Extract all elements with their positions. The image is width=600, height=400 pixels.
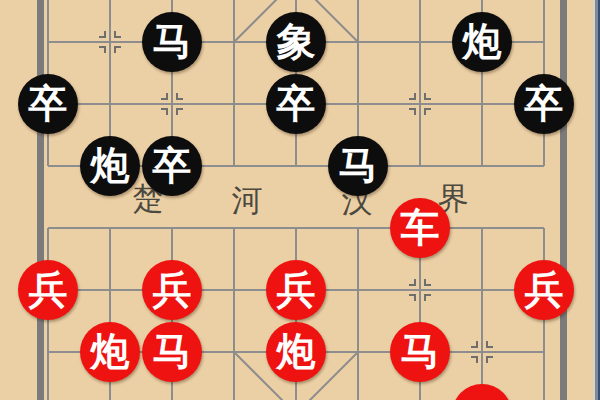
piece-glyph: 卒: [153, 146, 192, 185]
piece-black-soldier[interactable]: 卒: [18, 74, 78, 134]
piece-glyph: 炮: [91, 146, 130, 185]
piece-red-soldier[interactable]: 兵: [266, 260, 326, 320]
piece-glyph: 兵: [153, 270, 192, 309]
piece-black-soldier[interactable]: 卒: [142, 136, 202, 196]
piece-red-horse[interactable]: 马: [142, 322, 202, 382]
piece-red-horse[interactable]: 马: [390, 322, 450, 382]
piece-red-soldier[interactable]: 兵: [514, 260, 574, 320]
piece-black-soldier[interactable]: 卒: [514, 74, 574, 134]
piece-red-cannon[interactable]: 炮: [80, 322, 140, 382]
piece-glyph: 马: [153, 332, 192, 371]
piece-glyph: 马: [153, 22, 192, 61]
piece-glyph: 炮: [463, 22, 502, 61]
piece-black-elephant[interactable]: 象: [266, 12, 326, 72]
piece-glyph: 马: [339, 146, 378, 185]
piece-glyph: 兵: [277, 270, 316, 309]
piece-black-soldier[interactable]: 卒: [266, 74, 326, 134]
piece-glyph: 马: [401, 332, 440, 371]
piece-black-horse[interactable]: 马: [328, 136, 388, 196]
piece-glyph: 兵: [29, 270, 68, 309]
piece-black-cannon[interactable]: 炮: [452, 12, 512, 72]
river-char: 河: [232, 185, 263, 216]
piece-glyph: 卒: [29, 84, 68, 123]
piece-black-horse[interactable]: 马: [142, 12, 202, 72]
piece-red-cannon[interactable]: 炮: [266, 322, 326, 382]
piece-glyph: 炮: [91, 332, 130, 371]
piece-glyph: 卒: [277, 84, 316, 123]
piece-glyph: 车: [401, 208, 440, 247]
piece-glyph: 卒: [525, 84, 564, 123]
piece-red-soldier[interactable]: 兵: [142, 260, 202, 320]
piece-red-chariot[interactable]: 车: [390, 198, 450, 258]
piece-glyph: 炮: [277, 332, 316, 371]
piece-glyph: 兵: [525, 270, 564, 309]
piece-glyph: 象: [277, 22, 316, 61]
piece-black-cannon[interactable]: 炮: [80, 136, 140, 196]
piece-red-soldier[interactable]: 兵: [18, 260, 78, 320]
xiangqi-board-screenshot: 楚 河 汉 界 马象炮卒卒卒炮卒马车兵兵兵兵炮马炮马: [0, 0, 600, 400]
